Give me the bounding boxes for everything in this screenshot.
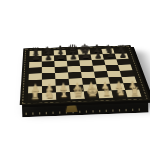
square-g1: ♞ [112,90,128,98]
black-pawn: ♟ [118,50,126,59]
square-c5 [55,66,68,72]
black-pawn: ♟ [81,51,89,60]
square-f1: ♝ [98,91,114,99]
square-a1: ♜ [28,93,42,101]
square-b7: ♟ [42,56,55,62]
black-pawn: ♟ [69,52,77,61]
black-pawn: ♟ [44,53,52,62]
black-pawn: ♟ [94,51,102,60]
board-grid: ♜♞♝♛♚♝♞♜♟♟♟♟♟♟♟♟♟♟♟♟♟♟♟♟♜♞♝♛♚♝♞♜ [28,48,142,101]
white-rook: ♜ [129,85,140,97]
white-knight: ♞ [43,88,54,100]
square-b4 [42,73,55,80]
chess-box: ♜♞♝♛♚♝♞♜♟♟♟♟♟♟♟♟♟♟♟♟♟♟♟♟♜♞♝♛♚♝♞♜ [20,45,150,105]
square-g7: ♟ [103,54,117,60]
carved-notches [26,108,146,115]
brass-clasp-icon [65,103,78,112]
square-d5 [67,66,81,72]
square-h1: ♜ [125,90,141,98]
square-e5 [80,66,94,72]
square-d1: ♛ [70,92,85,100]
square-d4 [68,72,82,79]
square-b1: ♞ [42,93,56,101]
square-e1: ♚ [84,91,99,99]
square-b5 [42,67,55,73]
square-e6 [79,60,93,66]
square-a7: ♟ [29,56,42,62]
black-pawn: ♟ [31,53,39,62]
white-bishop: ♝ [58,87,70,100]
white-king: ♚ [85,84,98,99]
white-knight: ♞ [115,85,126,97]
product-photo: ♜♞♝♛♚♝♞♜♟♟♟♟♟♟♟♟♟♟♟♟♟♟♟♟♜♞♝♛♚♝♞♜ [0,0,150,150]
box-front-edge [22,100,149,117]
square-c1: ♝ [56,92,71,100]
board-frame: ♜♞♝♛♚♝♞♜♟♟♟♟♟♟♟♟♟♟♟♟♟♟♟♟♜♞♝♛♚♝♞♜ [20,45,150,105]
black-pawn: ♟ [56,52,64,61]
white-rook: ♜ [29,89,40,101]
black-pawn: ♟ [106,51,114,60]
white-queen: ♛ [71,85,84,99]
square-h5 [118,64,133,70]
white-bishop: ♝ [100,85,112,98]
